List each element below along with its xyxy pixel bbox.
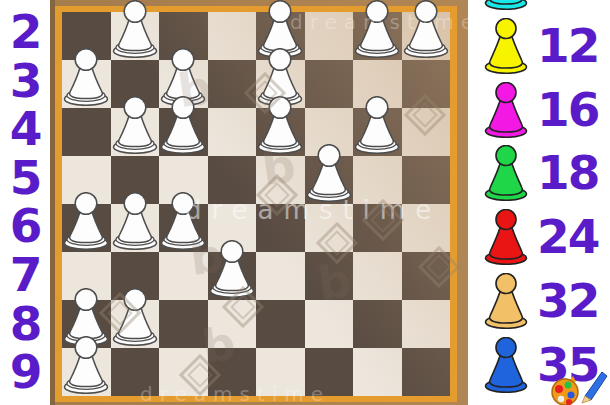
option-value: 24 <box>537 211 598 263</box>
board-square-r2c3 <box>159 60 208 108</box>
pawn-icon <box>482 0 530 10</box>
board-square-r2c7 <box>353 60 402 108</box>
board-square-r6c3 <box>159 252 208 300</box>
answer-option-red[interactable]: 24 <box>480 209 610 267</box>
board-square-r1c8 <box>402 12 451 60</box>
board-square-r3c4 <box>208 108 257 156</box>
answer-option-3[interactable]: 3 <box>0 57 50 105</box>
board-square-r8c6 <box>305 348 354 396</box>
option-value: 16 <box>537 84 598 136</box>
board-square-r5c5 <box>256 204 305 252</box>
board-square-r5c8 <box>402 204 451 252</box>
board-square-r7c3 <box>159 300 208 348</box>
board-square-r8c3 <box>159 348 208 396</box>
board-square-r2c8 <box>402 60 451 108</box>
board-square-r2c1 <box>62 60 111 108</box>
board-square-r4c7 <box>353 156 402 204</box>
board-square-r5c4 <box>208 204 257 252</box>
board-square-r2c6 <box>305 60 354 108</box>
board-square-r6c5 <box>256 252 305 300</box>
board-square-r5c1 <box>62 204 111 252</box>
board-square-r6c2 <box>111 252 160 300</box>
board-square-r4c5 <box>256 156 305 204</box>
board-square-r2c2 <box>111 60 160 108</box>
board-square-r3c2 <box>111 108 160 156</box>
pawn-icon <box>482 273 530 329</box>
board-square-r3c1 <box>62 108 111 156</box>
palette-pencil-icon <box>545 372 610 405</box>
option-value: 18 <box>537 147 598 199</box>
answer-option-yellow[interactable]: 12 <box>480 18 610 76</box>
board-square-r1c5 <box>256 12 305 60</box>
board-square-r7c8 <box>402 300 451 348</box>
pawn-icon <box>482 82 530 138</box>
answer-option-8[interactable]: 8 <box>0 300 50 348</box>
board-square-r8c2 <box>111 348 160 396</box>
board-square-r8c4 <box>208 348 257 396</box>
puzzle-image: 23456789 dreamstime dreamstime dreamstim… <box>0 0 610 405</box>
board-square-r6c4 <box>208 252 257 300</box>
board-square-r1c7 <box>353 12 402 60</box>
board-square-r1c1 <box>62 12 111 60</box>
board-square-r7c6 <box>305 300 354 348</box>
board-square-r6c7 <box>353 252 402 300</box>
board-square-r2c4 <box>208 60 257 108</box>
answer-option-magenta[interactable]: 16 <box>480 82 610 140</box>
answer-option-orange[interactable]: 32 <box>480 273 610 331</box>
board-square-r7c1 <box>62 300 111 348</box>
answer-options-right: 121618243235 <box>480 0 610 405</box>
answer-option-6[interactable]: 6 <box>0 202 50 250</box>
board-square-r6c1 <box>62 252 111 300</box>
option-value: 12 <box>537 20 598 72</box>
chessboard <box>62 12 450 396</box>
board-square-r2c5 <box>256 60 305 108</box>
answer-option-9[interactable]: 9 <box>0 348 50 396</box>
board-square-r5c6 <box>305 204 354 252</box>
board-square-r5c3 <box>159 204 208 252</box>
pawn-icon <box>482 337 530 393</box>
board-square-r7c5 <box>256 300 305 348</box>
board-square-r3c3 <box>159 108 208 156</box>
board-square-r4c6 <box>305 156 354 204</box>
board-square-r3c8 <box>402 108 451 156</box>
answer-option-4[interactable]: 4 <box>0 105 50 153</box>
board-square-r3c7 <box>353 108 402 156</box>
board-square-r7c2 <box>111 300 160 348</box>
answer-option-2[interactable]: 2 <box>0 8 50 56</box>
board-square-r4c2 <box>111 156 160 204</box>
pawn-icon <box>482 18 530 74</box>
board-square-r8c8 <box>402 348 451 396</box>
board-square-r1c4 <box>208 12 257 60</box>
answer-option-7[interactable]: 7 <box>0 251 50 299</box>
board-square-r3c6 <box>305 108 354 156</box>
board-square-r4c1 <box>62 156 111 204</box>
board-square-r4c4 <box>208 156 257 204</box>
pawn-icon <box>482 145 530 201</box>
board-square-r5c2 <box>111 204 160 252</box>
board-square-r8c5 <box>256 348 305 396</box>
answer-option-green[interactable]: 18 <box>480 145 610 203</box>
answer-options-left: 23456789 <box>0 0 50 405</box>
board-square-r1c6 <box>305 12 354 60</box>
board-square-r5c7 <box>353 204 402 252</box>
board-square-r4c3 <box>159 156 208 204</box>
board-inner-frame <box>55 6 457 402</box>
board-square-r7c7 <box>353 300 402 348</box>
board-square-r3c5 <box>256 108 305 156</box>
board-square-r6c6 <box>305 252 354 300</box>
board-frame <box>50 0 468 405</box>
board-square-r1c3 <box>159 12 208 60</box>
board-square-r6c8 <box>402 252 451 300</box>
board-square-r7c4 <box>208 300 257 348</box>
board-square-r8c7 <box>353 348 402 396</box>
answer-option-5[interactable]: 5 <box>0 154 50 202</box>
option-value: 32 <box>537 275 598 327</box>
board-square-r4c8 <box>402 156 451 204</box>
answer-option-cyan[interactable] <box>480 0 610 12</box>
board-square-r1c2 <box>111 12 160 60</box>
board-square-r8c1 <box>62 348 111 396</box>
pawn-icon <box>482 209 530 265</box>
